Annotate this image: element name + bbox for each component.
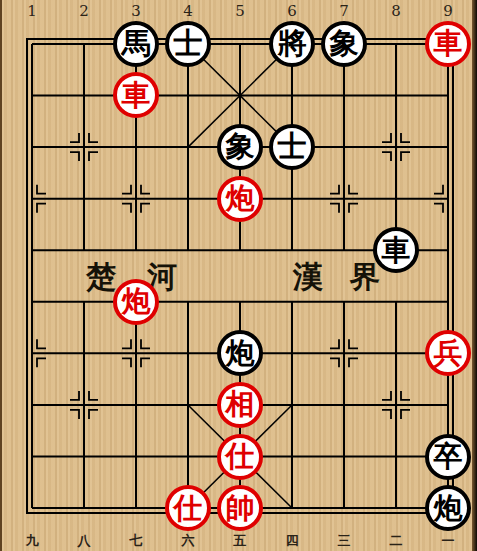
piece-black-elephant[interactable]: 象 (321, 21, 367, 67)
file-label-bottom: 六 (182, 532, 195, 550)
piece-black-cannon[interactable]: 炮 (217, 330, 263, 376)
file-label-bottom: 五 (234, 532, 247, 550)
file-label-bottom: 七 (130, 532, 143, 550)
piece-red-advisor[interactable]: 仕 (217, 434, 263, 480)
piece-red-cannon[interactable]: 炮 (217, 176, 263, 222)
board-intersection-grid[interactable]: 馬士將象車車象士炮車炮炮兵相仕卒仕帥炮 (6, 18, 474, 534)
piece-black-advisor[interactable]: 士 (165, 21, 211, 67)
file-label-bottom: 二 (390, 532, 403, 550)
left-edge-strip (0, 0, 2, 551)
file-label-bottom: 九 (26, 532, 39, 550)
file-label-bottom: 八 (78, 532, 91, 550)
right-edge-strip (472, 0, 477, 551)
piece-black-general[interactable]: 將 (269, 21, 315, 67)
piece-red-cannon[interactable]: 炮 (113, 279, 159, 325)
piece-red-advisor[interactable]: 仕 (165, 485, 211, 531)
xiangqi-board[interactable]: 123456789 九八七六五四三二一 楚河 漢界 馬士將象車車象士炮車炮炮兵相… (0, 0, 477, 551)
file-label-bottom: 四 (286, 532, 299, 550)
piece-red-elephant[interactable]: 相 (217, 382, 263, 428)
piece-black-soldier[interactable]: 卒 (425, 434, 471, 480)
piece-red-chariot[interactable]: 車 (113, 72, 159, 118)
piece-black-horse[interactable]: 馬 (113, 21, 159, 67)
piece-black-elephant[interactable]: 象 (217, 124, 263, 170)
file-label-bottom: 三 (338, 532, 351, 550)
file-label-bottom: 一 (442, 532, 455, 550)
piece-red-chariot[interactable]: 車 (425, 21, 471, 67)
piece-black-chariot[interactable]: 車 (373, 227, 419, 273)
piece-black-cannon[interactable]: 炮 (425, 485, 471, 531)
piece-black-advisor[interactable]: 士 (269, 124, 315, 170)
piece-red-general[interactable]: 帥 (217, 485, 263, 531)
piece-red-soldier[interactable]: 兵 (425, 330, 471, 376)
